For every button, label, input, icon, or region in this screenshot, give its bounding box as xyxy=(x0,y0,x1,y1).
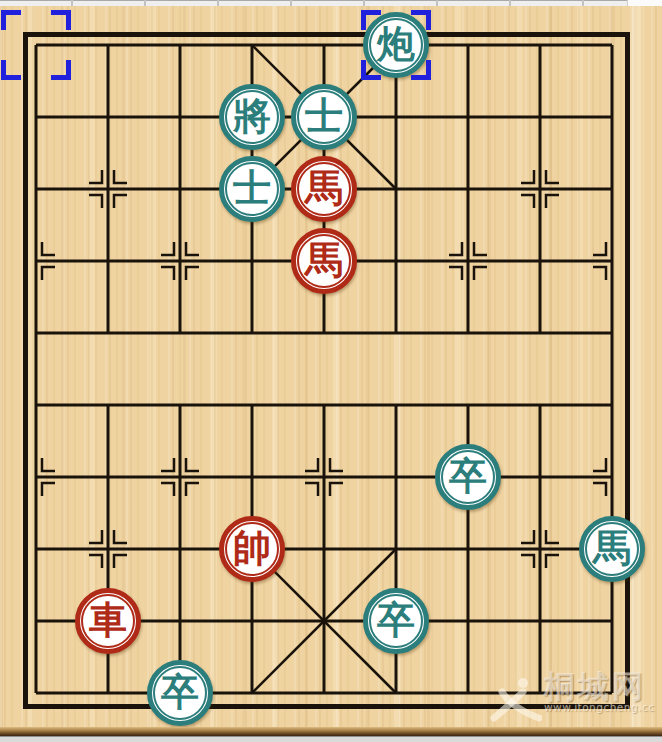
last-move-marker-from xyxy=(1,10,71,80)
board-bottom-bevel-edge xyxy=(0,727,662,736)
watermark-text: 桐城网 www.itongcheng.cc xyxy=(544,670,655,713)
marker-corner-br xyxy=(51,60,71,80)
marker-corner-tl xyxy=(1,10,21,30)
watermark-dancing-figure-logo xyxy=(490,676,542,722)
watermark-site-name: 桐城网 xyxy=(544,670,655,703)
top-edge-strip xyxy=(0,0,662,6)
top-edge-strip-right-segment xyxy=(627,0,662,6)
marker-corner-bl xyxy=(361,60,381,80)
bottom-edge-strip xyxy=(0,736,662,742)
last-move-markers-layer xyxy=(0,0,662,742)
watermark-url: www.itongcheng.cc xyxy=(544,701,655,713)
marker-corner-tr xyxy=(51,10,71,30)
marker-corner-br xyxy=(411,60,431,80)
marker-corner-tr xyxy=(411,10,431,30)
xiangqi-game-screen: 炮將士士馬馬卒帥馬車卒卒 桐城网 www.itongcheng.cc xyxy=(0,0,662,742)
marker-corner-bl xyxy=(1,60,21,80)
marker-corner-tl xyxy=(361,10,381,30)
last-move-marker-to xyxy=(361,10,431,80)
watermark: 桐城网 www.itongcheng.cc xyxy=(490,670,655,722)
